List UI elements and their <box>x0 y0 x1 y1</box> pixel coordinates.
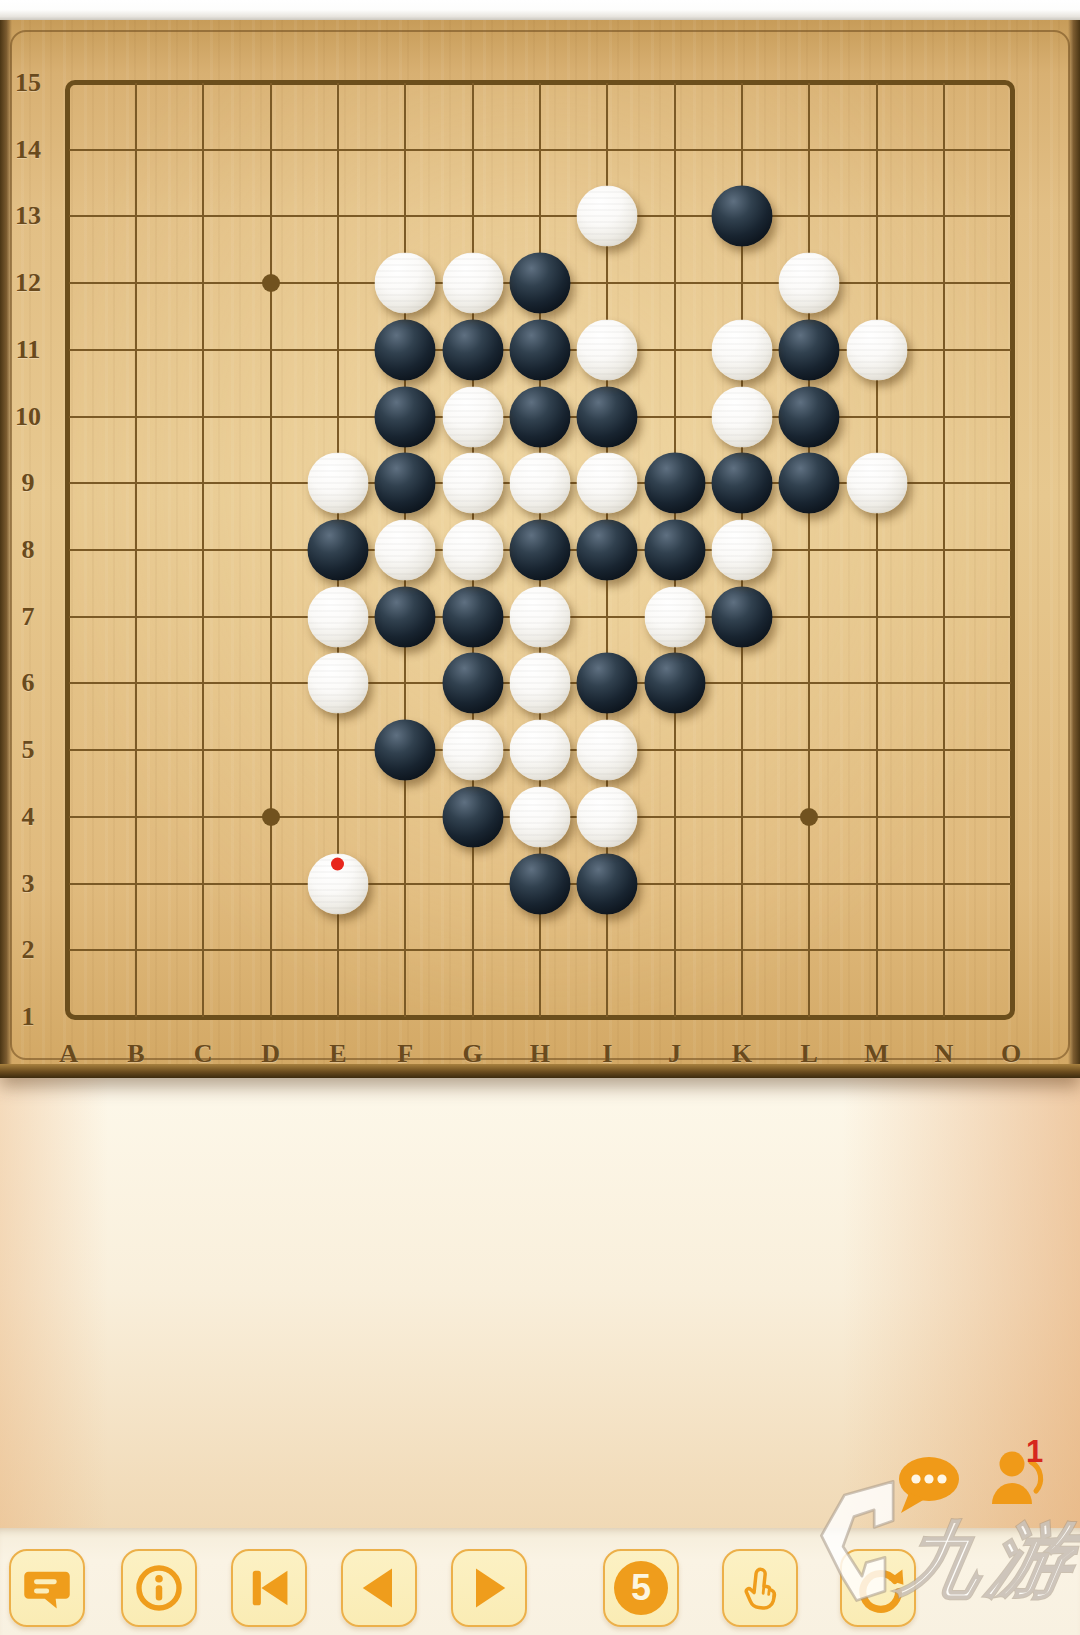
notification-badge: 1 <box>1026 1436 1043 1467</box>
hand-button[interactable] <box>722 1549 798 1627</box>
stone-black-G7 <box>442 586 503 647</box>
stone-black-F7 <box>375 586 436 647</box>
stone-white-G5 <box>442 720 503 781</box>
last-move-marker <box>331 857 344 870</box>
row-label-6: 6 <box>22 668 35 698</box>
stone-black-H8 <box>509 519 570 580</box>
column-label-C: C <box>194 1039 213 1069</box>
stone-black-F11 <box>375 319 436 380</box>
row-label-7: 7 <box>22 602 35 632</box>
stone-white-J7 <box>644 586 705 647</box>
move-count-label: 5 <box>614 1561 668 1615</box>
chat-button[interactable] <box>9 1549 85 1627</box>
stone-black-F9 <box>375 453 436 514</box>
left-arrow-icon <box>353 1562 405 1614</box>
column-label-H: H <box>530 1039 550 1069</box>
stone-white-I13 <box>577 186 638 247</box>
stone-black-K9 <box>711 453 772 514</box>
column-label-F: F <box>397 1039 413 1069</box>
grid-line-horizontal <box>69 949 1012 951</box>
stone-white-M11 <box>846 319 907 380</box>
column-label-D: D <box>261 1039 280 1069</box>
column-label-N: N <box>934 1039 953 1069</box>
stone-black-I3 <box>577 853 638 914</box>
stone-black-H3 <box>509 853 570 914</box>
row-label-3: 3 <box>22 869 35 899</box>
stone-white-L12 <box>779 253 840 314</box>
to-start-button[interactable] <box>231 1549 307 1627</box>
stone-white-G8 <box>442 519 503 580</box>
stone-black-L10 <box>779 386 840 447</box>
stone-white-F8 <box>375 519 436 580</box>
stone-black-E8 <box>307 519 368 580</box>
skip-to-start-icon <box>243 1562 295 1614</box>
stone-black-L11 <box>779 319 840 380</box>
stone-white-I5 <box>577 720 638 781</box>
row-label-14: 14 <box>15 135 41 165</box>
stone-black-F10 <box>375 386 436 447</box>
star-point-D12 <box>262 274 280 292</box>
stone-white-G10 <box>442 386 503 447</box>
row-label-11: 11 <box>16 335 41 365</box>
column-label-M: M <box>864 1039 889 1069</box>
stone-white-H9 <box>509 453 570 514</box>
column-label-I: I <box>602 1039 612 1069</box>
stone-black-L9 <box>779 453 840 514</box>
gomoku-app: 151413121110987654321ABCDEFGHIJKLMNO 1 5… <box>0 0 1080 1635</box>
row-label-1: 1 <box>22 1002 35 1032</box>
row-label-8: 8 <box>22 535 35 565</box>
column-label-E: E <box>329 1039 346 1069</box>
info-icon <box>133 1562 185 1614</box>
stone-white-H6 <box>509 653 570 714</box>
stone-black-K7 <box>711 586 772 647</box>
stone-white-E7 <box>307 586 368 647</box>
refresh-icon <box>852 1562 904 1614</box>
chat-bubble-button[interactable] <box>893 1455 961 1519</box>
column-label-L: L <box>801 1039 818 1069</box>
row-label-15: 15 <box>15 68 41 98</box>
restart-button[interactable] <box>840 1549 916 1627</box>
column-label-O: O <box>1001 1039 1021 1069</box>
row-label-12: 12 <box>15 268 41 298</box>
stone-black-I8 <box>577 519 638 580</box>
stone-white-K10 <box>711 386 772 447</box>
speech-bubble-dots-icon <box>893 1455 961 1519</box>
stone-black-H10 <box>509 386 570 447</box>
stone-black-G6 <box>442 653 503 714</box>
row-label-5: 5 <box>22 735 35 765</box>
stone-white-K11 <box>711 319 772 380</box>
goban-board[interactable]: 151413121110987654321ABCDEFGHIJKLMNO <box>0 20 1080 1078</box>
stone-black-H11 <box>509 319 570 380</box>
row-label-2: 2 <box>22 935 35 965</box>
column-label-G: G <box>462 1039 482 1069</box>
grid-line-vertical <box>876 83 878 1017</box>
star-point-D4 <box>262 808 280 826</box>
stone-white-M9 <box>846 453 907 514</box>
stone-white-G9 <box>442 453 503 514</box>
stone-white-E9 <box>307 453 368 514</box>
stone-white-G12 <box>442 253 503 314</box>
stone-white-H4 <box>509 786 570 847</box>
stone-black-I10 <box>577 386 638 447</box>
top-gloss-strip <box>0 0 1080 20</box>
column-label-B: B <box>127 1039 144 1069</box>
star-point-L4 <box>800 808 818 826</box>
move-count-button[interactable]: 5 <box>603 1549 679 1627</box>
stone-white-I9 <box>577 453 638 514</box>
stone-white-E3 <box>307 853 368 914</box>
stone-white-E6 <box>307 653 368 714</box>
step-back-button[interactable] <box>341 1549 417 1627</box>
stone-white-H7 <box>509 586 570 647</box>
row-label-10: 10 <box>15 402 41 432</box>
right-arrow-icon <box>463 1562 515 1614</box>
stone-black-H12 <box>509 253 570 314</box>
hand-pointer-icon <box>731 1559 788 1616</box>
stone-black-K13 <box>711 186 772 247</box>
grid-line-vertical <box>943 83 945 1017</box>
row-label-9: 9 <box>22 468 35 498</box>
stone-black-I6 <box>577 653 638 714</box>
stone-black-J8 <box>644 519 705 580</box>
stone-black-G4 <box>442 786 503 847</box>
stone-black-J6 <box>644 653 705 714</box>
stone-white-F12 <box>375 253 436 314</box>
grid-line-vertical <box>808 83 810 1017</box>
stone-white-H5 <box>509 720 570 781</box>
info-button[interactable] <box>121 1549 197 1627</box>
stone-black-F5 <box>375 720 436 781</box>
number-circle-icon: 5 <box>614 1561 668 1615</box>
stone-white-I11 <box>577 319 638 380</box>
speech-bubble-icon <box>21 1562 73 1614</box>
column-label-J: J <box>668 1039 681 1069</box>
stone-white-I4 <box>577 786 638 847</box>
column-label-A: A <box>59 1039 78 1069</box>
row-label-13: 13 <box>15 201 41 231</box>
row-label-4: 4 <box>22 802 35 832</box>
stone-white-K8 <box>711 519 772 580</box>
step-forward-button[interactable] <box>451 1549 527 1627</box>
stone-black-G11 <box>442 319 503 380</box>
stone-black-J9 <box>644 453 705 514</box>
column-label-K: K <box>732 1039 752 1069</box>
